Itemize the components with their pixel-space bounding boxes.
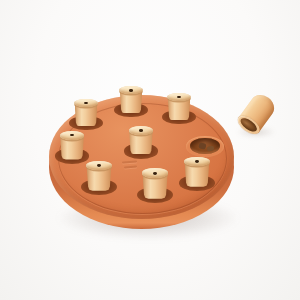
peg-S-top-hole [153, 172, 157, 175]
peg-N-top-hole [129, 89, 133, 92]
treat-kibble [206, 145, 214, 151]
peg-SE[interactable] [184, 157, 210, 188]
peg-NW[interactable] [74, 99, 98, 128]
peg-C-top-hole [139, 129, 143, 132]
peg-NE[interactable] [167, 93, 191, 121]
peg-NW-top-hole [84, 102, 88, 105]
peg-S[interactable] [142, 168, 168, 199]
peg-W[interactable] [60, 131, 85, 161]
peg-SW-top-hole [97, 164, 101, 167]
peg-SW[interactable] [86, 161, 112, 192]
peg-C[interactable] [129, 126, 154, 156]
peg-SE-top-hole [195, 160, 199, 163]
peg-N[interactable] [119, 86, 142, 114]
treat-kibble [198, 142, 206, 149]
scene [0, 0, 300, 300]
